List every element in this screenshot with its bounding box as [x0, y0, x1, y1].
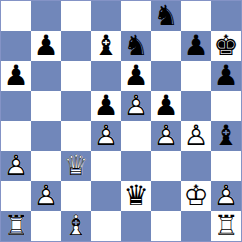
white-pawn-piece: ♟♙ — [151, 121, 181, 151]
black-pawn-piece: ♟ — [211, 61, 241, 91]
square-a2[interactable] — [1, 181, 31, 211]
square-c3[interactable]: ♛♕ — [61, 151, 91, 181]
white-pawn-piece: ♟♙ — [121, 91, 151, 121]
piece-glyph: ♝ — [91, 31, 121, 61]
piece-outline-layer: ♙ — [151, 121, 181, 151]
square-d1[interactable] — [91, 211, 121, 241]
piece-glyph: ♟ — [1, 61, 31, 91]
white-pawn-piece: ♟♙ — [211, 181, 241, 211]
piece-outline-layer: ♙ — [31, 181, 61, 211]
white-rook-piece: ♜♖ — [211, 211, 241, 241]
square-f6[interactable] — [151, 61, 181, 91]
piece-outline-layer: ♗ — [61, 211, 91, 241]
square-h7[interactable]: ♚ — [211, 31, 241, 61]
square-e4[interactable] — [121, 121, 151, 151]
square-a5[interactable] — [1, 91, 31, 121]
square-b8[interactable] — [31, 1, 61, 31]
square-a1[interactable]: ♜♖ — [1, 211, 31, 241]
piece-glyph: ♟ — [121, 61, 151, 91]
square-f8[interactable]: ♞ — [151, 1, 181, 31]
square-a8[interactable] — [1, 1, 31, 31]
square-g5[interactable] — [181, 91, 211, 121]
black-pawn-piece: ♟ — [31, 31, 61, 61]
square-d2[interactable] — [91, 181, 121, 211]
piece-glyph: ♝ — [211, 121, 241, 151]
square-f4[interactable]: ♟♙ — [151, 121, 181, 151]
white-pawn-piece: ♟♙ — [31, 181, 61, 211]
piece-glyph: ♟ — [31, 31, 61, 61]
square-g4[interactable]: ♟♙ — [181, 121, 211, 151]
square-b1[interactable] — [31, 211, 61, 241]
square-e3[interactable] — [121, 151, 151, 181]
piece-glyph: ♚ — [211, 31, 241, 61]
white-king-piece: ♚♔ — [181, 181, 211, 211]
black-bishop-piece: ♝ — [211, 121, 241, 151]
square-f7[interactable] — [151, 31, 181, 61]
black-knight-piece: ♞ — [121, 31, 151, 61]
square-b5[interactable] — [31, 91, 61, 121]
piece-glyph: ♟ — [211, 61, 241, 91]
square-d3[interactable] — [91, 151, 121, 181]
black-pawn-piece: ♟ — [181, 31, 211, 61]
square-e5[interactable]: ♟♙ — [121, 91, 151, 121]
piece-outline-layer: ♖ — [211, 211, 241, 241]
square-d5[interactable]: ♟ — [91, 91, 121, 121]
chess-board: ♞♟♝♞♟♚♟♟♟♟♟♙♟♟♙♟♙♟♙♝♟♙♛♕♟♙♛♚♔♟♙♜♖♝♗♜♖ — [0, 0, 242, 242]
square-h1[interactable]: ♜♖ — [211, 211, 241, 241]
square-b4[interactable] — [31, 121, 61, 151]
square-c2[interactable] — [61, 181, 91, 211]
white-pawn-piece: ♟♙ — [181, 121, 211, 151]
black-queen-piece: ♛ — [121, 181, 151, 211]
square-a4[interactable] — [1, 121, 31, 151]
square-f2[interactable] — [151, 181, 181, 211]
square-e8[interactable] — [121, 1, 151, 31]
square-c8[interactable] — [61, 1, 91, 31]
white-queen-piece: ♛♕ — [61, 151, 91, 181]
piece-glyph: ♟ — [151, 91, 181, 121]
black-pawn-piece: ♟ — [151, 91, 181, 121]
white-pawn-piece: ♟♙ — [1, 151, 31, 181]
square-b2[interactable]: ♟♙ — [31, 181, 61, 211]
square-a7[interactable] — [1, 31, 31, 61]
square-d7[interactable]: ♝ — [91, 31, 121, 61]
black-pawn-piece: ♟ — [1, 61, 31, 91]
square-c4[interactable] — [61, 121, 91, 151]
square-e6[interactable]: ♟ — [121, 61, 151, 91]
piece-glyph: ♛ — [121, 181, 151, 211]
square-h3[interactable] — [211, 151, 241, 181]
square-a6[interactable]: ♟ — [1, 61, 31, 91]
square-c7[interactable] — [61, 31, 91, 61]
square-f3[interactable] — [151, 151, 181, 181]
square-d6[interactable] — [91, 61, 121, 91]
piece-outline-layer: ♙ — [91, 121, 121, 151]
square-d4[interactable]: ♟♙ — [91, 121, 121, 151]
black-king-piece: ♚ — [211, 31, 241, 61]
square-g8[interactable] — [181, 1, 211, 31]
piece-outline-layer: ♙ — [121, 91, 151, 121]
piece-outline-layer: ♕ — [61, 151, 91, 181]
square-h6[interactable]: ♟ — [211, 61, 241, 91]
piece-glyph: ♟ — [91, 91, 121, 121]
square-b6[interactable] — [31, 61, 61, 91]
piece-outline-layer: ♔ — [181, 181, 211, 211]
square-c1[interactable]: ♝♗ — [61, 211, 91, 241]
square-b7[interactable]: ♟ — [31, 31, 61, 61]
square-c5[interactable] — [61, 91, 91, 121]
square-e2[interactable]: ♛ — [121, 181, 151, 211]
square-e1[interactable] — [121, 211, 151, 241]
square-g6[interactable] — [181, 61, 211, 91]
piece-outline-layer: ♙ — [1, 151, 31, 181]
square-h5[interactable] — [211, 91, 241, 121]
square-d8[interactable] — [91, 1, 121, 31]
square-g1[interactable] — [181, 211, 211, 241]
square-h4[interactable]: ♝ — [211, 121, 241, 151]
square-e7[interactable]: ♞ — [121, 31, 151, 61]
square-b3[interactable] — [31, 151, 61, 181]
piece-outline-layer: ♙ — [181, 121, 211, 151]
piece-outline-layer: ♙ — [211, 181, 241, 211]
black-knight-piece: ♞ — [151, 1, 181, 31]
piece-glyph: ♞ — [151, 1, 181, 31]
black-pawn-piece: ♟ — [121, 61, 151, 91]
square-g3[interactable] — [181, 151, 211, 181]
white-rook-piece: ♜♖ — [1, 211, 31, 241]
square-g7[interactable]: ♟ — [181, 31, 211, 61]
black-pawn-piece: ♟ — [91, 91, 121, 121]
piece-outline-layer: ♖ — [1, 211, 31, 241]
square-g2[interactable]: ♚♔ — [181, 181, 211, 211]
square-c6[interactable] — [61, 61, 91, 91]
square-h2[interactable]: ♟♙ — [211, 181, 241, 211]
piece-glyph: ♟ — [181, 31, 211, 61]
square-f1[interactable] — [151, 211, 181, 241]
black-bishop-piece: ♝ — [91, 31, 121, 61]
white-pawn-piece: ♟♙ — [91, 121, 121, 151]
square-a3[interactable]: ♟♙ — [1, 151, 31, 181]
white-bishop-piece: ♝♗ — [61, 211, 91, 241]
piece-glyph: ♞ — [121, 31, 151, 61]
square-f5[interactable]: ♟ — [151, 91, 181, 121]
square-h8[interactable] — [211, 1, 241, 31]
